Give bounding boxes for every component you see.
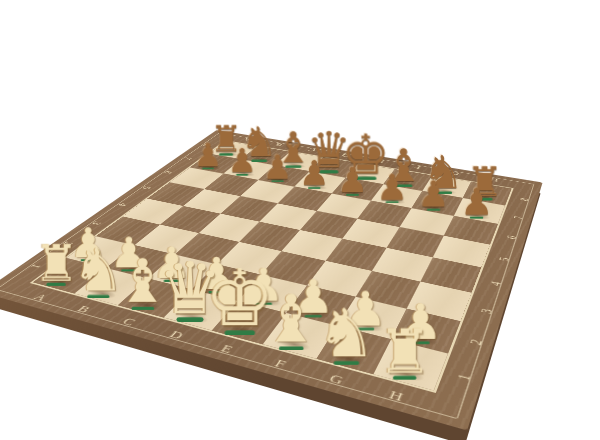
piece-white-rook[interactable]: ♜ bbox=[377, 323, 431, 379]
felt-ring bbox=[426, 209, 440, 211]
square-h6[interactable] bbox=[444, 216, 498, 245]
piece-black-pawn[interactable]: ♟ bbox=[417, 177, 449, 211]
felt-ring bbox=[385, 201, 398, 203]
piece-black-pawn[interactable]: ♟ bbox=[299, 157, 330, 189]
pawn-glyph: ♟ bbox=[227, 145, 256, 176]
felt-ring bbox=[393, 376, 416, 380]
piece-black-pawn[interactable]: ♟ bbox=[337, 164, 368, 196]
pawn-glyph: ♟ bbox=[299, 157, 330, 189]
felt-ring bbox=[333, 360, 358, 364]
pawn-glyph: ♟ bbox=[417, 177, 449, 211]
bishop-glyph: ♝ bbox=[262, 289, 320, 351]
board-tilt: ABCDEFGH ABCDEFGH 87654321 87654321 ♜♞♝♛… bbox=[0, 130, 543, 431]
felt-ring bbox=[202, 168, 214, 170]
piece-white-knight[interactable]: ♞ bbox=[316, 302, 376, 364]
felt-ring bbox=[46, 283, 65, 286]
piece-black-pawn[interactable]: ♟ bbox=[460, 184, 493, 218]
felt-ring bbox=[87, 294, 109, 298]
felt-ring bbox=[131, 306, 154, 310]
pawn-glyph: ♟ bbox=[193, 140, 222, 171]
felt-ring bbox=[176, 318, 203, 322]
felt-ring bbox=[308, 187, 321, 189]
pawn-glyph: ♟ bbox=[262, 151, 292, 183]
felt-ring bbox=[469, 216, 483, 218]
felt-ring bbox=[279, 345, 304, 349]
felt-ring bbox=[236, 174, 248, 176]
piece-black-pawn[interactable]: ♟ bbox=[227, 145, 256, 176]
piece-black-pawn[interactable]: ♟ bbox=[376, 170, 408, 203]
felt-ring bbox=[271, 180, 284, 182]
knight-glyph: ♞ bbox=[316, 302, 376, 365]
pawn-glyph: ♟ bbox=[376, 170, 408, 204]
piece-black-pawn[interactable]: ♟ bbox=[193, 140, 222, 170]
felt-ring bbox=[346, 194, 359, 196]
rook-glyph: ♜ bbox=[377, 323, 431, 380]
piece-white-bishop[interactable]: ♝ bbox=[262, 289, 320, 349]
pawn-glyph: ♟ bbox=[337, 164, 368, 197]
piece-black-pawn[interactable]: ♟ bbox=[262, 151, 292, 182]
pawn-glyph: ♟ bbox=[460, 184, 493, 219]
felt-ring bbox=[224, 330, 254, 335]
